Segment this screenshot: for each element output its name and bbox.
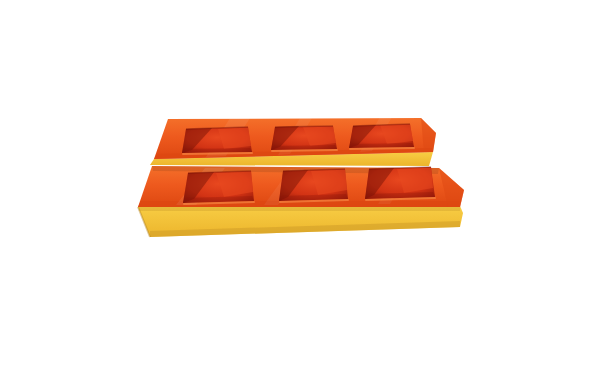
front-beam-pocket-2 [279,169,348,202]
front-beam-pocket-3 [365,167,435,200]
pocket-top-edge [275,126,333,127]
front-beam-pocket-1 [183,171,254,204]
beams-illustration: Two orange and yellow soft play foam bea… [0,0,600,380]
pocket-lip-highlight [183,153,252,154]
back-beam-pocket-1 [182,127,252,154]
pocket-lip-highlight [350,148,414,149]
front-beam [138,166,464,237]
pocket-lip-highlight [272,150,337,151]
back-beam [150,117,436,166]
back-beam-pocket-2 [271,126,337,151]
back-beam-pocket-3 [349,124,414,149]
product-photo: Two orange and yellow soft play foam bea… [0,0,600,380]
front-beam-base-contact-shadow [138,207,460,211]
